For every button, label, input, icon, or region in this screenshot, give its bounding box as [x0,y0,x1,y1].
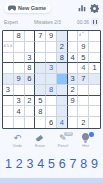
given-digit: 6 [25,74,35,84]
bottom-strip [0,178,103,183]
cell-r4c8[interactable]: 4 [78,63,89,74]
cell-r8c1[interactable] [3,106,14,117]
numpad-2[interactable]: 2 [16,158,23,171]
hint-button[interactable]: Hint [81,133,91,148]
cell-r8c8[interactable] [78,106,89,117]
cell-r2c1[interactable]: 456 [3,42,14,53]
given-digit: 7 [78,74,88,84]
numpad-8[interactable]: 8 [80,158,87,171]
cell-r3c8[interactable]: 5 [78,53,89,64]
user-digit: 4 [57,117,67,128]
cell-r6c8[interactable] [78,85,89,96]
cell-r2c6[interactable]: 2 [57,42,68,53]
cell-r1c1[interactable] [3,31,14,42]
cell-r9c1[interactable] [3,117,14,128]
cell-r9c3[interactable] [25,117,36,128]
sudoku-app: New Game Expert Mistakes 2/3 00:36 87924… [0,0,103,183]
cell-r9c5[interactable]: 6 [46,117,57,128]
top-icons [77,4,99,13]
cell-r1c2[interactable]: 8 [14,31,25,42]
cell-r3c6[interactable]: 8 [57,53,68,64]
cell-r6c9[interactable] [89,85,100,96]
cell-r2c8[interactable]: 9 [78,42,89,53]
cell-r5c8[interactable]: 7 [78,74,89,85]
user-digit: 8 [46,85,56,95]
cell-r4c2[interactable] [14,63,25,74]
given-digit: 7 [35,31,45,41]
given-digit: 9 [14,74,24,84]
difficulty-label: Expert [4,20,18,25]
cell-r1c3[interactable] [25,31,36,42]
given-digit: 9 [68,96,78,106]
cell-r6c4[interactable] [35,85,46,96]
given-digit: 4 [14,106,24,116]
cell-r4c5[interactable]: 3 [46,63,57,74]
cell-r4c7[interactable] [68,63,79,74]
numpad-6[interactable]: 6 [59,158,66,171]
pencil-note: 2 [82,31,85,34]
cell-r5c2[interactable]: 9 [14,74,25,85]
cell-r3c9[interactable] [89,53,100,64]
erase-button[interactable]: Erase [35,133,45,148]
action-bar: ↶ Undo Erase OFF ✎ Pencil Hint [0,133,103,151]
given-digit: 3 [68,74,78,84]
cell-r9c6[interactable]: 4 [57,117,68,128]
cell-r8c6[interactable] [57,106,68,117]
cell-r6c3[interactable] [25,85,36,96]
cell-r1c7[interactable] [68,31,79,42]
numpad-3[interactable]: 3 [27,158,34,171]
cell-r1c8[interactable]: 24 [78,31,89,42]
cell-r1c5[interactable]: 9 [46,31,57,42]
number-pad: 123456789 [0,153,103,175]
erase-label: Erase [35,144,45,148]
cell-r4c4[interactable] [35,63,46,74]
cell-r1c4[interactable]: 7 [35,31,46,42]
cell-r9c2[interactable] [14,117,25,128]
given-digit: 9 [46,31,56,41]
cell-r4c1[interactable] [3,63,14,74]
undo-label: Undo [13,144,22,148]
cell-r5c7[interactable]: 3 [68,74,79,85]
user-digit: 3 [46,63,56,73]
given-digit: 8 [35,106,45,116]
cell-r2c2[interactable] [14,42,25,53]
sudoku-board: 8792445629384583419637382325948642 [2,30,101,129]
cell-r7c2[interactable]: 3 [14,96,25,107]
pencil-note: 4 [78,34,81,37]
cell-r2c7[interactable] [68,42,79,53]
cell-r4c6[interactable] [57,63,68,74]
hint-label: Hint [82,144,89,148]
given-digit: 8 [14,31,24,41]
gamepad-icon [8,5,16,11]
cell-r3c3[interactable]: 3 [25,53,36,64]
cell-r6c7[interactable]: 2 [68,85,79,96]
cell-r8c5[interactable] [46,106,57,117]
cell-r8c4[interactable]: 8 [35,106,46,117]
given-digit: 5 [35,96,45,106]
cell-r2c9[interactable] [89,42,100,53]
cell-r6c6[interactable] [57,85,68,96]
cell-r6c5[interactable]: 8 [46,85,57,96]
cell-r5c6[interactable] [57,74,68,85]
given-digit: 8 [25,63,35,73]
cell-r9c8[interactable]: 2 [78,117,89,128]
cell-r3c4[interactable] [35,53,46,64]
cell-r3c2[interactable] [14,53,25,64]
cell-r8c2[interactable]: 4 [14,106,25,117]
cell-r3c5[interactable] [46,53,57,64]
given-digit: 3 [3,85,13,95]
numpad-7[interactable]: 7 [70,158,77,171]
cell-r7c9[interactable] [89,96,100,107]
cell-r7c8[interactable] [78,96,89,107]
cell-r7c4[interactable]: 5 [35,96,46,107]
numpad-9[interactable]: 9 [91,158,98,171]
cell-r6c1[interactable]: 3 [3,85,14,96]
gear-icon[interactable] [90,4,99,13]
cell-r2c4[interactable] [35,42,46,53]
cell-r2c3[interactable] [25,42,36,53]
cell-r5c9[interactable] [89,74,100,85]
cell-r7c5[interactable] [46,96,57,107]
given-digit: 2 [57,42,67,52]
given-digit: 3 [25,53,35,63]
cell-r7c7[interactable]: 9 [68,96,79,107]
info-row: Expert Mistakes 2/3 00:36 [0,16,103,28]
given-digit: 2 [78,117,88,128]
cell-r9c9[interactable] [89,117,100,128]
cell-r2c5[interactable] [46,42,57,53]
given-digit: 6 [46,117,56,128]
new-game-button[interactable]: New Game [4,3,51,13]
cell-r4c3[interactable]: 8 [25,63,36,74]
undo-icon: ↶ [12,133,22,143]
undo-button[interactable]: ↶ Undo [12,133,22,148]
cell-r9c7[interactable] [68,117,79,128]
cell-r4c9[interactable]: 1 [89,63,100,74]
eraser-icon [35,133,45,143]
new-game-label: New Game [18,5,46,11]
pause-icon [93,20,94,24]
cell-r7c3[interactable]: 2 [25,96,36,107]
cell-r1c6[interactable] [57,31,68,42]
cell-r8c7[interactable] [68,106,79,117]
cell-r7c1[interactable] [3,96,14,107]
pencil-note: 6 [10,45,13,48]
cell-r8c9[interactable] [89,106,100,117]
pause-button[interactable] [91,18,99,26]
given-digit: 1 [89,63,100,73]
given-digit: 3 [14,96,24,106]
timer: 00:36 [77,18,99,26]
cell-r6c2[interactable] [14,85,25,96]
cell-r1c9[interactable] [89,31,100,42]
pencil-label: Pencil [58,144,68,148]
cell-r5c4[interactable] [35,74,46,85]
given-digit: 4 [68,53,78,63]
given-digit: 2 [68,85,78,95]
user-digit: 4 [78,63,88,73]
cell-r8c3[interactable] [25,106,36,117]
cell-r3c1[interactable] [3,53,14,64]
cell-r7c6[interactable] [57,96,68,107]
cell-r3c7[interactable]: 4 [68,53,79,64]
numpad-4[interactable]: 4 [37,158,44,171]
numpad-5[interactable]: 5 [48,158,55,171]
numpad-1[interactable]: 1 [5,158,12,171]
mistakes-counter: Mistakes 2/3 [34,20,61,25]
cell-r5c1[interactable] [3,74,14,85]
top-bar: New Game [0,0,103,16]
given-digit: 2 [25,96,35,106]
pencil-button[interactable]: OFF ✎ Pencil [58,133,68,148]
given-digit: 5 [78,53,88,63]
given-digit: 9 [78,42,88,52]
hint-badge [89,132,94,137]
cell-r9c4[interactable] [35,117,46,128]
given-digit: 8 [57,53,67,63]
timer-value: 00:36 [77,20,89,25]
stats-icon[interactable] [77,4,86,13]
cell-r5c3[interactable]: 6 [25,74,36,85]
cell-r5c5[interactable] [46,74,57,85]
pencil-off-badge: OFF [64,132,73,136]
